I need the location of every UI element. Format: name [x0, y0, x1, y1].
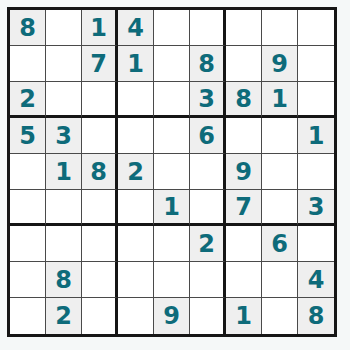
- cell-r7c4[interactable]: [118, 226, 154, 262]
- cell-r1c5[interactable]: [154, 10, 190, 46]
- cell-r6c5[interactable]: 1: [154, 190, 190, 226]
- cell-r4c8[interactable]: [262, 118, 298, 154]
- cell-r4c9[interactable]: 1: [298, 118, 334, 154]
- cell-r6c1[interactable]: [10, 190, 46, 226]
- cell-r1c2[interactable]: [46, 10, 82, 46]
- cell-r1c1[interactable]: 8: [10, 10, 46, 46]
- cell-r8c1[interactable]: [10, 262, 46, 298]
- cell-r4c1[interactable]: 5: [10, 118, 46, 154]
- cell-r9c3[interactable]: [82, 298, 118, 334]
- cell-r2c9[interactable]: [298, 46, 334, 82]
- cell-r5c2[interactable]: 1: [46, 154, 82, 190]
- cell-r9c7[interactable]: 1: [226, 298, 262, 334]
- cell-r3c5[interactable]: [154, 82, 190, 118]
- cell-r7c1[interactable]: [10, 226, 46, 262]
- cell-r6c2[interactable]: [46, 190, 82, 226]
- cell-r4c4[interactable]: [118, 118, 154, 154]
- cell-r9c8[interactable]: [262, 298, 298, 334]
- cell-r6c4[interactable]: [118, 190, 154, 226]
- cell-r4c7[interactable]: [226, 118, 262, 154]
- cell-r3c7[interactable]: 8: [226, 82, 262, 118]
- cell-r8c9[interactable]: 4: [298, 262, 334, 298]
- cell-r1c8[interactable]: [262, 10, 298, 46]
- cell-r1c7[interactable]: [226, 10, 262, 46]
- cell-r1c6[interactable]: [190, 10, 226, 46]
- cell-r9c9[interactable]: 8: [298, 298, 334, 334]
- cell-r4c5[interactable]: [154, 118, 190, 154]
- cell-r6c3[interactable]: [82, 190, 118, 226]
- cell-r3c2[interactable]: [46, 82, 82, 118]
- cell-r8c8[interactable]: [262, 262, 298, 298]
- sudoku-board: 814718923815361182917326842918: [7, 7, 337, 337]
- cell-r6c8[interactable]: [262, 190, 298, 226]
- cell-r3c4[interactable]: [118, 82, 154, 118]
- cell-r2c2[interactable]: [46, 46, 82, 82]
- cell-r3c6[interactable]: 3: [190, 82, 226, 118]
- cell-r5c9[interactable]: [298, 154, 334, 190]
- cell-r5c7[interactable]: 9: [226, 154, 262, 190]
- cell-r9c6[interactable]: [190, 298, 226, 334]
- cell-r8c4[interactable]: [118, 262, 154, 298]
- cell-r2c5[interactable]: [154, 46, 190, 82]
- cell-r7c7[interactable]: [226, 226, 262, 262]
- cell-r4c6[interactable]: 6: [190, 118, 226, 154]
- cell-r7c5[interactable]: [154, 226, 190, 262]
- cell-r7c8[interactable]: 6: [262, 226, 298, 262]
- cell-r3c8[interactable]: 1: [262, 82, 298, 118]
- cell-r9c2[interactable]: 2: [46, 298, 82, 334]
- cell-r6c6[interactable]: [190, 190, 226, 226]
- cell-r3c1[interactable]: 2: [10, 82, 46, 118]
- cell-r5c4[interactable]: 2: [118, 154, 154, 190]
- cell-r5c3[interactable]: 8: [82, 154, 118, 190]
- cell-r2c8[interactable]: 9: [262, 46, 298, 82]
- cell-r2c1[interactable]: [10, 46, 46, 82]
- cell-r4c2[interactable]: 3: [46, 118, 82, 154]
- cell-r5c1[interactable]: [10, 154, 46, 190]
- cell-r2c6[interactable]: 8: [190, 46, 226, 82]
- cell-r9c1[interactable]: [10, 298, 46, 334]
- cell-r7c6[interactable]: 2: [190, 226, 226, 262]
- cell-r6c7[interactable]: 7: [226, 190, 262, 226]
- cell-r2c4[interactable]: 1: [118, 46, 154, 82]
- cell-r5c8[interactable]: [262, 154, 298, 190]
- cell-r8c3[interactable]: [82, 262, 118, 298]
- cell-r1c9[interactable]: [298, 10, 334, 46]
- cell-r8c7[interactable]: [226, 262, 262, 298]
- cell-r9c4[interactable]: [118, 298, 154, 334]
- cell-r9c5[interactable]: 9: [154, 298, 190, 334]
- cell-r8c5[interactable]: [154, 262, 190, 298]
- cell-r2c7[interactable]: [226, 46, 262, 82]
- cell-r1c4[interactable]: 4: [118, 10, 154, 46]
- cell-r3c3[interactable]: [82, 82, 118, 118]
- cell-r4c3[interactable]: [82, 118, 118, 154]
- cell-r8c2[interactable]: 8: [46, 262, 82, 298]
- cell-r1c3[interactable]: 1: [82, 10, 118, 46]
- cell-r6c9[interactable]: 3: [298, 190, 334, 226]
- cell-r7c3[interactable]: [82, 226, 118, 262]
- cell-r5c6[interactable]: [190, 154, 226, 190]
- cell-r5c5[interactable]: [154, 154, 190, 190]
- cell-r8c6[interactable]: [190, 262, 226, 298]
- cell-r7c9[interactable]: [298, 226, 334, 262]
- cell-r7c2[interactable]: [46, 226, 82, 262]
- cell-r3c9[interactable]: [298, 82, 334, 118]
- cell-r2c3[interactable]: 7: [82, 46, 118, 82]
